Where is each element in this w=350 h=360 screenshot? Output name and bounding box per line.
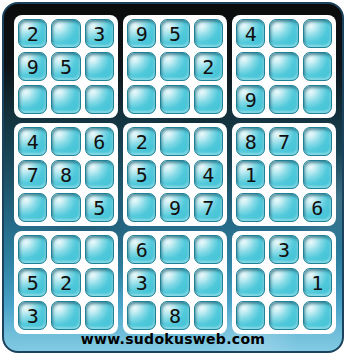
cell-r8c7[interactable] [236, 268, 265, 297]
cell-r9c1[interactable]: 3 [18, 301, 47, 330]
cell-r1c5[interactable]: 5 [160, 19, 189, 48]
cell-r7c9[interactable] [303, 235, 332, 264]
cell-r9c8[interactable] [269, 301, 298, 330]
cell-r5c9[interactable] [303, 160, 332, 189]
cell-r5c5[interactable] [160, 160, 189, 189]
cell-r6c3[interactable]: 5 [85, 193, 114, 222]
cell-r4c3[interactable]: 6 [85, 127, 114, 156]
cell-r8c8[interactable] [269, 268, 298, 297]
cell-r6c4[interactable] [127, 193, 156, 222]
cell-r8c6[interactable] [194, 268, 223, 297]
cell-r8c5[interactable] [160, 268, 189, 297]
cell-r3c7[interactable]: 9 [236, 85, 265, 114]
sudoku-board: 2395952494678525497871652363831 [14, 15, 336, 334]
cell-r2c2[interactable]: 5 [51, 52, 80, 81]
cell-r7c6[interactable] [194, 235, 223, 264]
cell-r9c7[interactable] [236, 301, 265, 330]
cell-r1c8[interactable] [269, 19, 298, 48]
cell-r2c1[interactable]: 9 [18, 52, 47, 81]
cell-r3c5[interactable] [160, 85, 189, 114]
cell-r6c5[interactable]: 9 [160, 193, 189, 222]
cell-r1c2[interactable] [51, 19, 80, 48]
cell-r5c4[interactable]: 5 [127, 160, 156, 189]
cell-r2c9[interactable] [303, 52, 332, 81]
cell-r8c1[interactable]: 5 [18, 268, 47, 297]
cell-r7c3[interactable] [85, 235, 114, 264]
cell-r7c5[interactable] [160, 235, 189, 264]
box-5: 25497 [123, 123, 227, 226]
cell-r9c3[interactable] [85, 301, 114, 330]
box-9: 31 [232, 231, 336, 334]
board-frame: 2395952494678525497871652363831 www.sudo… [2, 2, 344, 353]
cell-r9c6[interactable] [194, 301, 223, 330]
cell-r8c9[interactable]: 1 [303, 268, 332, 297]
cell-r5c1[interactable]: 7 [18, 160, 47, 189]
cell-r9c9[interactable] [303, 301, 332, 330]
cell-r3c8[interactable] [269, 85, 298, 114]
cell-r3c3[interactable] [85, 85, 114, 114]
cell-r5c3[interactable] [85, 160, 114, 189]
site-url: www.sudokusweb.com [4, 331, 342, 347]
cell-r6c7[interactable] [236, 193, 265, 222]
cell-r4c1[interactable]: 4 [18, 127, 47, 156]
cell-r5c7[interactable]: 1 [236, 160, 265, 189]
cell-r1c1[interactable]: 2 [18, 19, 47, 48]
cell-r1c7[interactable]: 4 [236, 19, 265, 48]
cell-r6c2[interactable] [51, 193, 80, 222]
cell-r4c6[interactable] [194, 127, 223, 156]
cell-r6c8[interactable] [269, 193, 298, 222]
cell-r5c6[interactable]: 4 [194, 160, 223, 189]
cell-r8c3[interactable] [85, 268, 114, 297]
cell-r3c6[interactable] [194, 85, 223, 114]
cell-r7c1[interactable] [18, 235, 47, 264]
cell-r3c2[interactable] [51, 85, 80, 114]
cell-r8c4[interactable]: 3 [127, 268, 156, 297]
box-8: 638 [123, 231, 227, 334]
cell-r6c6[interactable]: 7 [194, 193, 223, 222]
cell-r9c2[interactable] [51, 301, 80, 330]
cell-r5c2[interactable]: 8 [51, 160, 80, 189]
box-3: 49 [232, 15, 336, 118]
cell-r4c2[interactable] [51, 127, 80, 156]
cell-r6c9[interactable]: 6 [303, 193, 332, 222]
cell-r4c5[interactable] [160, 127, 189, 156]
cell-r2c8[interactable] [269, 52, 298, 81]
cell-r9c4[interactable] [127, 301, 156, 330]
box-7: 523 [14, 231, 118, 334]
cell-r7c8[interactable]: 3 [269, 235, 298, 264]
cell-r7c4[interactable]: 6 [127, 235, 156, 264]
cell-r2c6[interactable]: 2 [194, 52, 223, 81]
cell-r3c1[interactable] [18, 85, 47, 114]
box-4: 46785 [14, 123, 118, 226]
cell-r2c7[interactable] [236, 52, 265, 81]
cell-r1c9[interactable] [303, 19, 332, 48]
cell-r5c8[interactable] [269, 160, 298, 189]
cell-r1c6[interactable] [194, 19, 223, 48]
cell-r1c4[interactable]: 9 [127, 19, 156, 48]
cell-r8c2[interactable]: 2 [51, 268, 80, 297]
cell-r6c1[interactable] [18, 193, 47, 222]
cell-r7c7[interactable] [236, 235, 265, 264]
cell-r3c9[interactable] [303, 85, 332, 114]
cell-r2c3[interactable] [85, 52, 114, 81]
box-6: 8716 [232, 123, 336, 226]
cell-r7c2[interactable] [51, 235, 80, 264]
box-2: 952 [123, 15, 227, 118]
cell-r4c7[interactable]: 8 [236, 127, 265, 156]
cell-r2c5[interactable] [160, 52, 189, 81]
box-1: 2395 [14, 15, 118, 118]
cell-r4c8[interactable]: 7 [269, 127, 298, 156]
cell-r2c4[interactable] [127, 52, 156, 81]
cell-r1c3[interactable]: 3 [85, 19, 114, 48]
cell-r9c5[interactable]: 8 [160, 301, 189, 330]
cell-r3c4[interactable] [127, 85, 156, 114]
cell-r4c4[interactable]: 2 [127, 127, 156, 156]
cell-r4c9[interactable] [303, 127, 332, 156]
